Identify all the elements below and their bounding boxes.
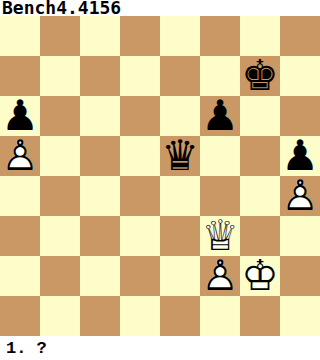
square-a7[interactable] (0, 56, 40, 96)
square-f5[interactable] (200, 136, 240, 176)
square-f1[interactable] (200, 296, 240, 336)
black-king-piece[interactable]: ♚ (240, 56, 280, 96)
black-queen-piece[interactable]: ♛ (160, 136, 200, 176)
square-c4[interactable] (80, 176, 120, 216)
square-a5[interactable]: ♟♙ (0, 136, 40, 176)
square-a3[interactable] (0, 216, 40, 256)
white-king-piece[interactable]: ♚♔ (240, 256, 280, 296)
white-pawn-piece[interactable]: ♟♙ (280, 176, 320, 216)
square-h2[interactable] (280, 256, 320, 296)
square-g5[interactable] (240, 136, 280, 176)
square-h6[interactable] (280, 96, 320, 136)
square-a6[interactable]: ♟ (0, 96, 40, 136)
square-e1[interactable] (160, 296, 200, 336)
square-d8[interactable] (120, 16, 160, 56)
square-e8[interactable] (160, 16, 200, 56)
square-b1[interactable] (40, 296, 80, 336)
square-a4[interactable] (0, 176, 40, 216)
square-g4[interactable] (240, 176, 280, 216)
square-g6[interactable] (240, 96, 280, 136)
square-g1[interactable] (240, 296, 280, 336)
square-b3[interactable] (40, 216, 80, 256)
square-c1[interactable] (80, 296, 120, 336)
square-f6[interactable]: ♟ (200, 96, 240, 136)
square-f2[interactable]: ♟♙ (200, 256, 240, 296)
square-c3[interactable] (80, 216, 120, 256)
square-g2[interactable]: ♚♔ (240, 256, 280, 296)
square-g3[interactable] (240, 216, 280, 256)
square-d7[interactable] (120, 56, 160, 96)
square-g8[interactable] (240, 16, 280, 56)
square-h7[interactable] (280, 56, 320, 96)
square-d6[interactable] (120, 96, 160, 136)
square-d4[interactable] (120, 176, 160, 216)
square-e5[interactable]: ♛ (160, 136, 200, 176)
square-a2[interactable] (0, 256, 40, 296)
square-c5[interactable] (80, 136, 120, 176)
square-b6[interactable] (40, 96, 80, 136)
square-d2[interactable] (120, 256, 160, 296)
square-a8[interactable] (0, 16, 40, 56)
square-h8[interactable] (280, 16, 320, 56)
square-h3[interactable] (280, 216, 320, 256)
chess-window: Bench4.4156 ♚♟♟♟♙♛♟♟♙♛♕♟♙♚♔ 1. ? (0, 0, 320, 360)
square-b4[interactable] (40, 176, 80, 216)
square-d1[interactable] (120, 296, 160, 336)
square-b7[interactable] (40, 56, 80, 96)
square-b2[interactable] (40, 256, 80, 296)
square-f4[interactable] (200, 176, 240, 216)
square-b5[interactable] (40, 136, 80, 176)
black-pawn-piece[interactable]: ♟ (0, 96, 40, 136)
black-pawn-piece[interactable]: ♟ (200, 96, 240, 136)
square-c6[interactable] (80, 96, 120, 136)
white-pawn-piece[interactable]: ♟♙ (0, 136, 40, 176)
square-h4[interactable]: ♟♙ (280, 176, 320, 216)
square-e7[interactable] (160, 56, 200, 96)
square-f8[interactable] (200, 16, 240, 56)
square-f7[interactable] (200, 56, 240, 96)
move-prompt: 1. ? (0, 336, 320, 360)
square-e4[interactable] (160, 176, 200, 216)
square-c2[interactable] (80, 256, 120, 296)
square-g7[interactable]: ♚ (240, 56, 280, 96)
square-d5[interactable] (120, 136, 160, 176)
black-pawn-piece[interactable]: ♟ (280, 136, 320, 176)
white-pawn-piece[interactable]: ♟♙ (200, 256, 240, 296)
square-a1[interactable] (0, 296, 40, 336)
chess-board: ♚♟♟♟♙♛♟♟♙♛♕♟♙♚♔ (0, 16, 320, 336)
white-queen-piece[interactable]: ♛♕ (200, 216, 240, 256)
square-b8[interactable] (40, 16, 80, 56)
square-h1[interactable] (280, 296, 320, 336)
square-c7[interactable] (80, 56, 120, 96)
square-h5[interactable]: ♟ (280, 136, 320, 176)
page-title: Bench4.4156 (0, 0, 320, 16)
square-e3[interactable] (160, 216, 200, 256)
square-c8[interactable] (80, 16, 120, 56)
square-e2[interactable] (160, 256, 200, 296)
square-f3[interactable]: ♛♕ (200, 216, 240, 256)
square-d3[interactable] (120, 216, 160, 256)
square-e6[interactable] (160, 96, 200, 136)
